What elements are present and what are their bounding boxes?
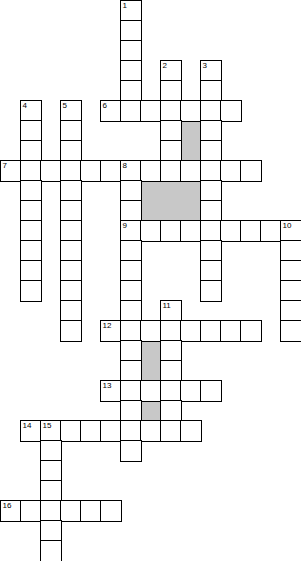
crossword-cell	[20, 140, 42, 162]
crossword-cell	[60, 220, 82, 242]
crossword-cell	[120, 400, 142, 422]
crossword-cell	[40, 480, 62, 502]
crossword-cell	[140, 380, 162, 402]
clue-number: 2	[163, 61, 167, 70]
crossword-cell	[140, 320, 162, 342]
crossword-cell	[60, 300, 82, 322]
crossword-cell	[280, 280, 301, 302]
crossword-cell	[40, 440, 62, 462]
crossword-cell	[40, 520, 62, 542]
crossword-cell: 14	[20, 420, 42, 442]
crossword-cell	[60, 280, 82, 302]
crossword-cell	[280, 240, 301, 262]
crossword-cell	[20, 240, 42, 262]
crossword-cell	[140, 100, 162, 122]
crossword-cell	[60, 320, 82, 342]
clue-number: 7	[3, 161, 7, 170]
crossword-cell	[200, 80, 222, 102]
crossword-cell	[200, 120, 222, 142]
crossword-cell: 15	[40, 420, 62, 442]
crossword-cell	[200, 380, 222, 402]
crossword-cell	[220, 100, 242, 122]
crossword-cell	[80, 420, 102, 442]
crossword-cell: 10	[280, 220, 301, 242]
crossword-cell	[20, 120, 42, 142]
crossword-cell	[20, 220, 42, 242]
crossword-cell	[160, 380, 182, 402]
crossword-cell: 6	[100, 100, 122, 122]
crossword-cell	[200, 240, 222, 262]
crossword-cell	[120, 20, 142, 42]
crossword-cell	[200, 200, 222, 222]
crossword-cell	[200, 220, 222, 242]
crossword-cell	[240, 160, 262, 182]
crossword-cell	[140, 160, 162, 182]
crossword-cell	[200, 180, 222, 202]
crossword-cell	[160, 160, 182, 182]
clue-number: 10	[283, 221, 292, 230]
crossword-cell	[120, 60, 142, 82]
crossword-cell	[40, 460, 62, 482]
crossword-cell	[220, 160, 242, 182]
clue-number: 13	[103, 381, 112, 390]
crossword-cell	[160, 360, 182, 382]
crossword-cell	[60, 140, 82, 162]
clue-number: 9	[123, 221, 127, 230]
crossword-cell	[180, 420, 202, 442]
clue-number: 15	[43, 421, 52, 430]
shaded-region	[140, 180, 202, 222]
clue-number: 12	[103, 321, 112, 330]
crossword-cell	[180, 100, 202, 122]
crossword-cell	[160, 320, 182, 342]
crossword-cell	[20, 500, 42, 522]
crossword-cell	[280, 320, 301, 342]
crossword-cell: 12	[100, 320, 122, 342]
crossword-cell	[80, 160, 102, 182]
crossword-cell: 1	[120, 0, 142, 22]
clue-number: 14	[23, 421, 32, 430]
crossword-cell	[280, 300, 301, 322]
crossword-cell	[200, 320, 222, 342]
crossword-cell	[160, 80, 182, 102]
shaded-region	[140, 340, 162, 382]
crossword-cell: 4	[20, 100, 42, 122]
crossword-cell	[20, 200, 42, 222]
crossword-cell	[160, 400, 182, 422]
crossword-cell	[120, 240, 142, 262]
crossword-cell	[200, 260, 222, 282]
crossword-cell: 7	[0, 160, 22, 182]
crossword-cell	[60, 420, 82, 442]
crossword-cell	[160, 140, 182, 162]
crossword-cell	[120, 100, 142, 122]
clue-number: 4	[23, 101, 27, 110]
shaded-region	[140, 400, 162, 422]
crossword-cell	[200, 100, 222, 122]
crossword-cell	[120, 340, 142, 362]
crossword-cell	[120, 420, 142, 442]
crossword-cell	[160, 100, 182, 122]
crossword-cell	[160, 340, 182, 362]
crossword-cell	[100, 420, 122, 442]
crossword-cell	[120, 280, 142, 302]
crossword-cell	[200, 280, 222, 302]
crossword-cell	[140, 220, 162, 242]
crossword-cell	[160, 420, 182, 442]
crossword-cell	[20, 180, 42, 202]
crossword-cell	[40, 500, 62, 522]
clue-number: 8	[123, 161, 127, 170]
crossword-cell	[240, 320, 262, 342]
crossword-cell	[220, 220, 242, 242]
crossword-cell	[240, 220, 262, 242]
crossword-cell	[260, 220, 282, 242]
crossword-cell	[60, 240, 82, 262]
clue-number: 5	[63, 101, 67, 110]
crossword-cell	[60, 260, 82, 282]
crossword-cell	[160, 120, 182, 142]
crossword-cell	[60, 200, 82, 222]
crossword-cell	[120, 200, 142, 222]
crossword-cell	[60, 160, 82, 182]
crossword-cell	[120, 180, 142, 202]
crossword-cell: 2	[160, 60, 182, 82]
crossword-cell	[20, 280, 42, 302]
crossword-cell	[220, 320, 242, 342]
shaded-region	[180, 120, 202, 162]
crossword-cell	[20, 160, 42, 182]
crossword-cell	[40, 540, 62, 561]
crossword-cell: 5	[60, 100, 82, 122]
crossword-cell	[40, 160, 62, 182]
crossword-cell	[140, 420, 162, 442]
clue-number: 16	[3, 501, 12, 510]
crossword-cell	[120, 380, 142, 402]
crossword-cell: 11	[160, 300, 182, 322]
crossword-cell	[60, 120, 82, 142]
clue-number: 3	[203, 61, 207, 70]
crossword-cell	[280, 260, 301, 282]
crossword-cell	[160, 220, 182, 242]
crossword-cell	[120, 40, 142, 62]
crossword-cell	[200, 140, 222, 162]
crossword-cell	[60, 500, 82, 522]
crossword-cell	[120, 320, 142, 342]
crossword-cell	[200, 160, 222, 182]
crossword-cell	[180, 380, 202, 402]
crossword-cell: 16	[0, 500, 22, 522]
crossword-cell	[60, 180, 82, 202]
crossword-cell	[180, 220, 202, 242]
crossword-cell	[120, 360, 142, 382]
crossword-grid: 12345678910111213141516	[0, 0, 301, 561]
crossword-cell: 8	[120, 160, 142, 182]
crossword-cell	[180, 320, 202, 342]
clue-number: 11	[163, 301, 171, 310]
crossword-cell	[120, 80, 142, 102]
crossword-cell	[80, 500, 102, 522]
crossword-cell	[100, 500, 122, 522]
crossword-cell	[180, 160, 202, 182]
crossword-cell	[120, 300, 142, 322]
crossword-cell	[120, 260, 142, 282]
clue-number: 6	[103, 101, 107, 110]
clue-number: 1	[123, 1, 127, 10]
crossword-cell	[100, 160, 122, 182]
crossword-cell: 3	[200, 60, 222, 82]
crossword-cell	[20, 260, 42, 282]
crossword-cell: 9	[120, 220, 142, 242]
crossword-cell	[120, 440, 142, 462]
crossword-cell: 13	[100, 380, 122, 402]
